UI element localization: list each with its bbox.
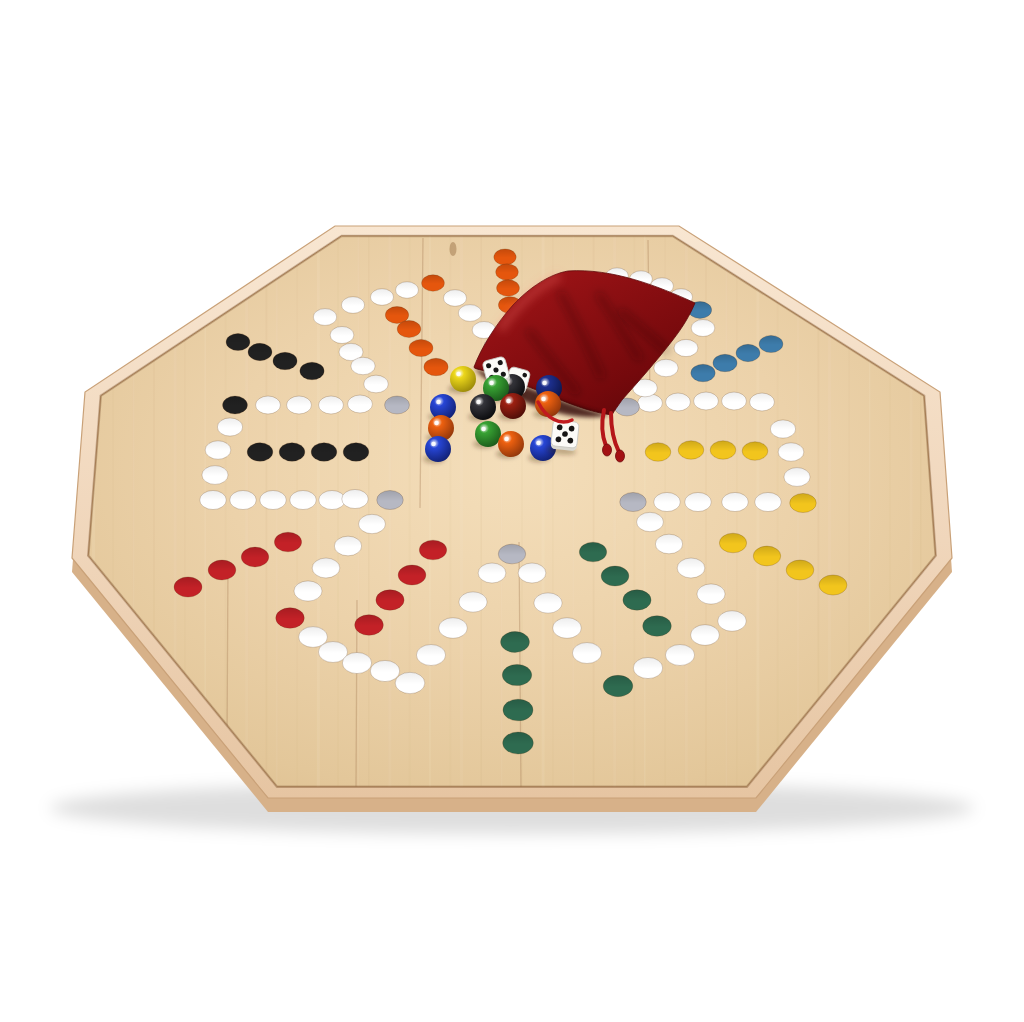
hole-white-track-12 bbox=[342, 489, 368, 508]
hole-red-base-1 bbox=[208, 560, 236, 580]
marble-highlight bbox=[436, 400, 441, 405]
hole-white-track-46 bbox=[666, 393, 691, 411]
hole-white-track-8 bbox=[230, 490, 257, 509]
hole-white-track-4 bbox=[217, 418, 242, 436]
hole-white-track-37 bbox=[637, 512, 664, 531]
hole-yellow-home-1 bbox=[678, 441, 704, 459]
hole-red-home-2 bbox=[376, 590, 404, 610]
marble-highlight bbox=[504, 437, 509, 442]
hole-white-track-47 bbox=[694, 392, 719, 410]
hole-blue-base-3 bbox=[759, 335, 783, 352]
hole-white-track-1 bbox=[287, 396, 312, 414]
hole-orange-home-1 bbox=[496, 264, 519, 280]
hole-center-gray-2 bbox=[377, 490, 404, 509]
hole-center-gray-3 bbox=[498, 544, 525, 564]
hole-black-home-0 bbox=[247, 443, 273, 461]
hole-yellow-start bbox=[790, 493, 817, 512]
hole-white-track-67 bbox=[370, 289, 393, 306]
hole-black-base-1 bbox=[248, 343, 272, 360]
hole-black-home-2 bbox=[311, 443, 337, 461]
hole-yellow-base-0 bbox=[719, 533, 746, 553]
hole-orange-start bbox=[422, 275, 445, 291]
hole-white-track-35 bbox=[677, 558, 705, 578]
hole-red-base-3 bbox=[274, 532, 301, 552]
hole-orange-base-2 bbox=[409, 339, 433, 356]
hole-orange-home-0 bbox=[494, 249, 516, 265]
hole-white-track-51 bbox=[654, 359, 678, 376]
hole-white-track-23 bbox=[439, 618, 468, 639]
hole-red-start bbox=[276, 608, 305, 629]
hole-white-track-21 bbox=[395, 672, 425, 693]
hole-white-track-3 bbox=[348, 395, 373, 413]
hole-black-base-0 bbox=[226, 333, 250, 350]
marble-highlight bbox=[506, 399, 511, 404]
hole-white-track-52 bbox=[674, 339, 698, 356]
hole-green-home-2 bbox=[503, 699, 533, 721]
hole-yellow-base-1 bbox=[753, 546, 780, 566]
hole-white-track-70 bbox=[330, 326, 354, 343]
hole-red-home-1 bbox=[398, 565, 426, 585]
hole-white-track-66 bbox=[396, 282, 419, 299]
marble-highlight bbox=[489, 381, 494, 386]
hole-black-home-1 bbox=[279, 443, 305, 461]
hole-center-gray-1 bbox=[385, 396, 410, 414]
hole-orange-base-1 bbox=[397, 321, 421, 338]
hole-white-track-73 bbox=[364, 375, 389, 393]
hole-white-track-32 bbox=[691, 625, 720, 646]
hole-red-base-0 bbox=[174, 577, 202, 597]
hole-white-track-40 bbox=[722, 492, 749, 511]
board-photo-scene: Wooden Aggravation / Wahoo marble game b… bbox=[0, 0, 1024, 1022]
hole-white-track-42 bbox=[770, 420, 795, 438]
hole-white-track-29 bbox=[572, 643, 601, 664]
marble-highlight bbox=[536, 441, 541, 446]
hole-green-base-3 bbox=[643, 616, 672, 637]
hole-white-track-0 bbox=[256, 396, 281, 414]
hole-white-track-72 bbox=[351, 357, 375, 374]
hole-green-base-1 bbox=[601, 566, 629, 586]
hole-white-track-30 bbox=[633, 657, 662, 678]
hole-yellow-home-3 bbox=[742, 442, 768, 460]
hole-green-base-2 bbox=[623, 590, 651, 610]
hole-white-track-49 bbox=[750, 393, 775, 411]
hole-white-track-33 bbox=[718, 611, 747, 632]
hole-white-track-68 bbox=[341, 297, 364, 314]
hole-white-track-2 bbox=[319, 396, 344, 414]
hole-white-track-7 bbox=[200, 490, 227, 509]
hole-white-track-43 bbox=[778, 443, 804, 461]
hole-green-base-0 bbox=[579, 542, 606, 562]
hole-white-track-48 bbox=[722, 392, 747, 410]
hole-white-track-34 bbox=[697, 584, 725, 604]
marble-highlight bbox=[431, 442, 436, 447]
hole-green-home-0 bbox=[501, 632, 530, 653]
hole-red-base-2 bbox=[241, 547, 268, 567]
hole-green-home-1 bbox=[502, 664, 531, 685]
hole-black-home-3 bbox=[343, 443, 369, 461]
marble-highlight bbox=[434, 421, 439, 426]
hole-white-track-20 bbox=[370, 660, 399, 681]
hole-green-start bbox=[603, 675, 633, 696]
hole-white-track-9 bbox=[260, 490, 287, 509]
wood-knot bbox=[450, 242, 457, 256]
hole-green-home-3 bbox=[503, 732, 534, 754]
hole-blue-base-2 bbox=[736, 344, 760, 361]
hole-black-base-3 bbox=[300, 362, 324, 380]
hole-white-track-53 bbox=[691, 320, 715, 337]
hole-blue-base-0 bbox=[691, 364, 715, 382]
marble-highlight bbox=[542, 381, 547, 386]
marble-highlight bbox=[456, 372, 461, 377]
marble-highlight bbox=[541, 397, 546, 402]
hole-white-track-10 bbox=[290, 490, 317, 509]
hole-white-track-25 bbox=[478, 563, 506, 583]
hole-white-track-39 bbox=[685, 492, 712, 511]
hole-white-track-16 bbox=[294, 581, 322, 601]
hole-orange-home-2 bbox=[497, 280, 520, 296]
bag-drawstring-knot-1[interactable] bbox=[603, 444, 612, 456]
hole-orange-base-3 bbox=[424, 358, 448, 375]
hole-white-track-38 bbox=[654, 492, 681, 511]
bag-drawstring-knot-0[interactable] bbox=[616, 450, 625, 462]
marble-highlight bbox=[476, 400, 481, 405]
hole-white-track-63 bbox=[458, 305, 481, 322]
hole-white-track-19 bbox=[342, 652, 371, 673]
hole-center-gray-4 bbox=[620, 492, 647, 511]
hole-white-track-44 bbox=[784, 468, 810, 487]
hole-yellow-base-2 bbox=[786, 560, 814, 580]
hole-white-track-41 bbox=[755, 492, 782, 511]
aggravation-board-svg bbox=[0, 0, 1024, 1022]
hole-black-base-2 bbox=[273, 352, 297, 369]
hole-white-track-36 bbox=[655, 534, 682, 554]
hole-white-track-22 bbox=[416, 645, 445, 666]
hole-yellow-base-3 bbox=[819, 575, 847, 595]
hole-white-track-31 bbox=[665, 645, 694, 666]
hole-white-track-28 bbox=[553, 618, 582, 639]
hole-black-start bbox=[223, 396, 248, 414]
hole-blue-base-1 bbox=[713, 354, 737, 371]
hole-white-track-6 bbox=[202, 466, 228, 485]
hole-white-track-15 bbox=[312, 558, 340, 578]
hole-white-track-5 bbox=[205, 441, 231, 459]
hole-white-track-27 bbox=[534, 593, 562, 613]
hole-white-track-26 bbox=[518, 563, 546, 583]
hole-white-track-69 bbox=[313, 309, 336, 326]
hole-yellow-home-0 bbox=[645, 443, 671, 461]
hole-red-home-0 bbox=[419, 540, 446, 560]
hole-white-track-24 bbox=[459, 592, 487, 612]
hole-white-track-11 bbox=[319, 490, 346, 509]
hole-white-track-13 bbox=[359, 514, 386, 533]
hole-white-track-62 bbox=[443, 290, 466, 307]
marble-highlight bbox=[481, 427, 486, 432]
hole-white-track-14 bbox=[334, 536, 361, 556]
hole-red-home-3 bbox=[355, 615, 384, 636]
hole-yellow-home-2 bbox=[710, 441, 736, 459]
